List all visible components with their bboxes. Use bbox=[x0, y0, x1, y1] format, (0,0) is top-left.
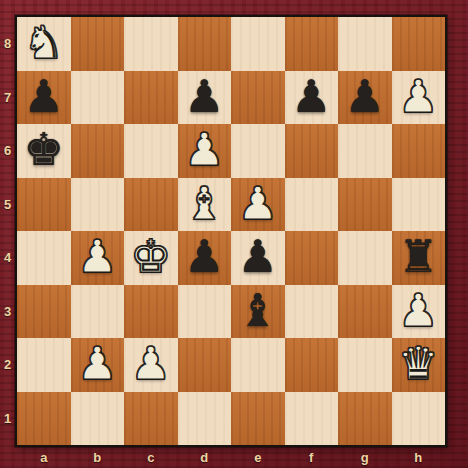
square-g2[interactable] bbox=[338, 338, 392, 392]
square-b8[interactable] bbox=[71, 17, 125, 71]
square-h4[interactable]: ♜ bbox=[392, 231, 446, 285]
black-bishop[interactable]: ♝ bbox=[238, 288, 278, 333]
rank-label-6: 6 bbox=[0, 124, 15, 178]
square-b1[interactable] bbox=[71, 392, 125, 446]
square-c1[interactable] bbox=[124, 392, 178, 446]
file-label-b: b bbox=[71, 447, 125, 468]
square-d5[interactable]: ♝ bbox=[178, 178, 232, 232]
square-b2[interactable]: ♟ bbox=[71, 338, 125, 392]
square-f7[interactable]: ♟ bbox=[285, 71, 339, 125]
square-a7[interactable]: ♟ bbox=[17, 71, 71, 125]
square-a4[interactable] bbox=[17, 231, 71, 285]
square-h3[interactable]: ♟ bbox=[392, 285, 446, 339]
file-label-g: g bbox=[338, 447, 392, 468]
rank-label-1: 1 bbox=[0, 392, 15, 446]
square-e2[interactable] bbox=[231, 338, 285, 392]
square-d2[interactable] bbox=[178, 338, 232, 392]
square-f1[interactable] bbox=[285, 392, 339, 446]
square-d4[interactable]: ♟ bbox=[178, 231, 232, 285]
square-b5[interactable] bbox=[71, 178, 125, 232]
file-label-e: e bbox=[231, 447, 285, 468]
chess-board-frame: 87654321 ♞♟♟♟♟♟♚♟♝♟♟♚♟♟♜♝♟♟♟♛ abcdefgh bbox=[0, 0, 468, 468]
square-g7[interactable]: ♟ bbox=[338, 71, 392, 125]
black-king[interactable]: ♚ bbox=[24, 127, 64, 172]
file-labels: abcdefgh bbox=[17, 447, 445, 468]
square-f5[interactable] bbox=[285, 178, 339, 232]
black-pawn[interactable]: ♟ bbox=[184, 74, 224, 119]
square-g4[interactable] bbox=[338, 231, 392, 285]
black-pawn[interactable]: ♟ bbox=[184, 234, 224, 279]
file-label-h: h bbox=[392, 447, 446, 468]
square-g8[interactable] bbox=[338, 17, 392, 71]
square-h6[interactable] bbox=[392, 124, 446, 178]
square-a5[interactable] bbox=[17, 178, 71, 232]
square-h2[interactable]: ♛ bbox=[392, 338, 446, 392]
white-queen[interactable]: ♛ bbox=[398, 341, 438, 386]
file-label-d: d bbox=[178, 447, 232, 468]
file-label-c: c bbox=[124, 447, 178, 468]
square-a8[interactable]: ♞ bbox=[17, 17, 71, 71]
rank-label-5: 5 bbox=[0, 178, 15, 232]
rank-label-7: 7 bbox=[0, 71, 15, 125]
square-d7[interactable]: ♟ bbox=[178, 71, 232, 125]
square-e7[interactable] bbox=[231, 71, 285, 125]
white-pawn[interactable]: ♟ bbox=[184, 127, 224, 172]
square-f6[interactable] bbox=[285, 124, 339, 178]
square-c5[interactable] bbox=[124, 178, 178, 232]
square-g6[interactable] bbox=[338, 124, 392, 178]
white-pawn[interactable]: ♟ bbox=[238, 181, 278, 226]
square-c4[interactable]: ♚ bbox=[124, 231, 178, 285]
rank-labels: 87654321 bbox=[0, 17, 15, 445]
square-b4[interactable]: ♟ bbox=[71, 231, 125, 285]
white-pawn[interactable]: ♟ bbox=[131, 341, 171, 386]
square-g3[interactable] bbox=[338, 285, 392, 339]
square-a6[interactable]: ♚ bbox=[17, 124, 71, 178]
square-e8[interactable] bbox=[231, 17, 285, 71]
square-b6[interactable] bbox=[71, 124, 125, 178]
rank-label-4: 4 bbox=[0, 231, 15, 285]
square-d1[interactable] bbox=[178, 392, 232, 446]
square-c3[interactable] bbox=[124, 285, 178, 339]
rank-label-3: 3 bbox=[0, 285, 15, 339]
square-e4[interactable]: ♟ bbox=[231, 231, 285, 285]
black-pawn[interactable]: ♟ bbox=[24, 74, 64, 119]
black-pawn[interactable]: ♟ bbox=[238, 234, 278, 279]
black-pawn[interactable]: ♟ bbox=[345, 74, 385, 119]
white-pawn[interactable]: ♟ bbox=[398, 288, 438, 333]
square-a2[interactable] bbox=[17, 338, 71, 392]
square-g5[interactable] bbox=[338, 178, 392, 232]
square-d6[interactable]: ♟ bbox=[178, 124, 232, 178]
square-d8[interactable] bbox=[178, 17, 232, 71]
square-f8[interactable] bbox=[285, 17, 339, 71]
square-h1[interactable] bbox=[392, 392, 446, 446]
square-f3[interactable] bbox=[285, 285, 339, 339]
square-f2[interactable] bbox=[285, 338, 339, 392]
file-label-f: f bbox=[285, 447, 339, 468]
file-label-a: a bbox=[17, 447, 71, 468]
white-knight[interactable]: ♞ bbox=[24, 20, 64, 65]
square-b7[interactable] bbox=[71, 71, 125, 125]
square-b3[interactable] bbox=[71, 285, 125, 339]
square-c6[interactable] bbox=[124, 124, 178, 178]
square-f4[interactable] bbox=[285, 231, 339, 285]
rank-label-2: 2 bbox=[0, 338, 15, 392]
white-pawn[interactable]: ♟ bbox=[398, 74, 438, 119]
square-c7[interactable] bbox=[124, 71, 178, 125]
square-e6[interactable] bbox=[231, 124, 285, 178]
chess-board: ♞♟♟♟♟♟♚♟♝♟♟♚♟♟♜♝♟♟♟♛ bbox=[15, 15, 447, 447]
square-e3[interactable]: ♝ bbox=[231, 285, 285, 339]
white-pawn[interactable]: ♟ bbox=[77, 341, 117, 386]
square-h7[interactable]: ♟ bbox=[392, 71, 446, 125]
square-c2[interactable]: ♟ bbox=[124, 338, 178, 392]
square-h5[interactable] bbox=[392, 178, 446, 232]
square-g1[interactable] bbox=[338, 392, 392, 446]
square-a1[interactable] bbox=[17, 392, 71, 446]
white-pawn[interactable]: ♟ bbox=[77, 234, 117, 279]
square-a3[interactable] bbox=[17, 285, 71, 339]
square-e1[interactable] bbox=[231, 392, 285, 446]
white-king[interactable]: ♚ bbox=[131, 234, 171, 279]
white-bishop[interactable]: ♝ bbox=[184, 181, 224, 226]
black-rook[interactable]: ♜ bbox=[398, 234, 438, 279]
square-d3[interactable] bbox=[178, 285, 232, 339]
rank-label-8: 8 bbox=[0, 17, 15, 71]
black-pawn[interactable]: ♟ bbox=[291, 74, 331, 119]
square-c8[interactable] bbox=[124, 17, 178, 71]
square-h8[interactable] bbox=[392, 17, 446, 71]
square-e5[interactable]: ♟ bbox=[231, 178, 285, 232]
